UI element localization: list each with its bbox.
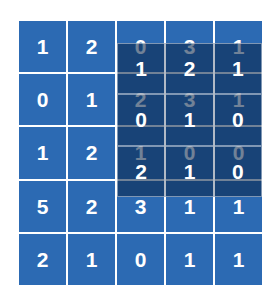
convolution-diagram: 1 2 0 3 1 0 1 2 3 1 1 2 1 0 0 5 2 3 1 1 … (0, 0, 277, 296)
grid-cell: 0 (19, 74, 66, 125)
kernel-cell: 0 (214, 94, 262, 145)
kernel-cell: 1 (117, 43, 165, 94)
kernel-cell: 0 (117, 94, 165, 145)
kernel-cell: 0 (214, 146, 262, 197)
grid-cell: 1 (68, 234, 115, 285)
kernel-cell: 2 (117, 146, 165, 197)
grid-cell: 1 (19, 127, 66, 178)
kernel-overlay: 1 2 1 0 1 0 2 1 0 (117, 43, 262, 197)
grid-cell: 1 (215, 234, 262, 285)
grid-cell: 1 (166, 234, 213, 285)
grid-cell: 1 (68, 74, 115, 125)
kernel-cell: 1 (165, 146, 213, 197)
grid-cell: 2 (68, 181, 115, 232)
grid-cell: 5 (19, 181, 66, 232)
kernel-cell: 1 (214, 43, 262, 94)
kernel-cell: 1 (165, 94, 213, 145)
grid-cell: 2 (68, 21, 115, 72)
grid-cell: 0 (117, 234, 164, 285)
grid-cell: 1 (19, 21, 66, 72)
kernel-cell: 2 (165, 43, 213, 94)
grid-cell: 2 (68, 127, 115, 178)
grid-cell: 2 (19, 234, 66, 285)
